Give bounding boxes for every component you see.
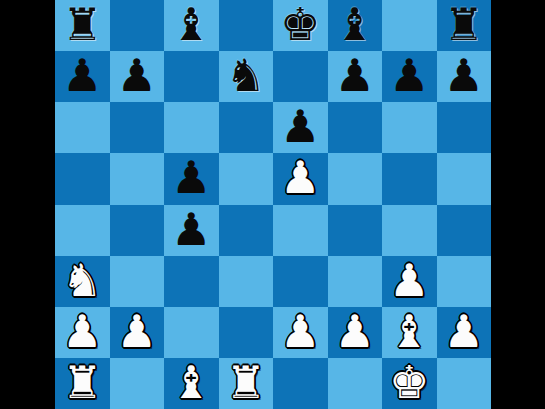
piece-black-pawn[interactable]: ♟ xyxy=(171,155,211,200)
square-f5[interactable] xyxy=(328,153,383,204)
square-g2[interactable]: ♝ xyxy=(382,307,437,358)
square-c1[interactable]: ♝ xyxy=(164,358,219,409)
square-d4[interactable] xyxy=(219,205,274,256)
piece-white-rook[interactable]: ♜ xyxy=(62,360,102,405)
piece-white-knight[interactable]: ♞ xyxy=(62,258,102,303)
square-h4[interactable] xyxy=(437,205,492,256)
square-e7[interactable] xyxy=(273,51,328,102)
square-h8[interactable]: ♜ xyxy=(437,0,492,51)
piece-white-pawn[interactable]: ♟ xyxy=(444,309,484,354)
piece-black-rook[interactable]: ♜ xyxy=(62,2,102,47)
square-d7[interactable]: ♞ xyxy=(219,51,274,102)
square-a1[interactable]: ♜ xyxy=(55,358,110,409)
piece-black-knight[interactable]: ♞ xyxy=(226,53,266,98)
piece-white-pawn[interactable]: ♟ xyxy=(62,309,102,354)
square-h3[interactable] xyxy=(437,256,492,307)
letterbox-right xyxy=(491,0,545,409)
square-h1[interactable] xyxy=(437,358,492,409)
square-d6[interactable] xyxy=(219,102,274,153)
square-e2[interactable]: ♟ xyxy=(273,307,328,358)
square-b1[interactable] xyxy=(110,358,165,409)
square-e4[interactable] xyxy=(273,205,328,256)
square-g1[interactable]: ♚ xyxy=(382,358,437,409)
square-e3[interactable] xyxy=(273,256,328,307)
square-e1[interactable] xyxy=(273,358,328,409)
square-a5[interactable] xyxy=(55,153,110,204)
square-g3[interactable]: ♟ xyxy=(382,256,437,307)
square-e8[interactable]: ♚ xyxy=(273,0,328,51)
square-f6[interactable] xyxy=(328,102,383,153)
piece-black-bishop[interactable]: ♝ xyxy=(171,2,211,47)
square-d1[interactable]: ♜ xyxy=(219,358,274,409)
square-a8[interactable]: ♜ xyxy=(55,0,110,51)
square-d5[interactable] xyxy=(219,153,274,204)
square-c2[interactable] xyxy=(164,307,219,358)
piece-black-king[interactable]: ♚ xyxy=(280,2,320,47)
square-c3[interactable] xyxy=(164,256,219,307)
square-c4[interactable]: ♟ xyxy=(164,205,219,256)
piece-white-rook[interactable]: ♜ xyxy=(226,360,266,405)
square-g7[interactable]: ♟ xyxy=(382,51,437,102)
square-g4[interactable] xyxy=(382,205,437,256)
piece-white-pawn[interactable]: ♟ xyxy=(280,309,320,354)
square-e6[interactable]: ♟ xyxy=(273,102,328,153)
square-b8[interactable] xyxy=(110,0,165,51)
piece-white-bishop[interactable]: ♝ xyxy=(171,360,211,405)
square-e5[interactable]: ♟ xyxy=(273,153,328,204)
square-g6[interactable] xyxy=(382,102,437,153)
square-f8[interactable]: ♝ xyxy=(328,0,383,51)
piece-black-pawn[interactable]: ♟ xyxy=(335,53,375,98)
piece-white-pawn[interactable]: ♟ xyxy=(389,258,429,303)
square-b7[interactable]: ♟ xyxy=(110,51,165,102)
piece-black-rook[interactable]: ♜ xyxy=(444,2,484,47)
piece-white-pawn[interactable]: ♟ xyxy=(335,309,375,354)
piece-black-bishop[interactable]: ♝ xyxy=(335,2,375,47)
piece-white-bishop[interactable]: ♝ xyxy=(389,309,429,354)
square-h2[interactable]: ♟ xyxy=(437,307,492,358)
square-b6[interactable] xyxy=(110,102,165,153)
piece-black-pawn[interactable]: ♟ xyxy=(62,53,102,98)
square-c5[interactable]: ♟ xyxy=(164,153,219,204)
square-f3[interactable] xyxy=(328,256,383,307)
square-h7[interactable]: ♟ xyxy=(437,51,492,102)
square-f4[interactable] xyxy=(328,205,383,256)
square-c7[interactable] xyxy=(164,51,219,102)
piece-black-pawn[interactable]: ♟ xyxy=(389,53,429,98)
video-frame: ♜♝♚♝♜♟♟♞♟♟♟♟♟♟♟♞♟♟♟♟♟♝♟♜♝♜♚ xyxy=(0,0,545,409)
square-b2[interactable]: ♟ xyxy=(110,307,165,358)
square-d2[interactable] xyxy=(219,307,274,358)
square-f7[interactable]: ♟ xyxy=(328,51,383,102)
square-d8[interactable] xyxy=(219,0,274,51)
piece-black-pawn[interactable]: ♟ xyxy=(444,53,484,98)
piece-white-king[interactable]: ♚ xyxy=(389,360,429,405)
square-g8[interactable] xyxy=(382,0,437,51)
square-f2[interactable]: ♟ xyxy=(328,307,383,358)
square-h5[interactable] xyxy=(437,153,492,204)
piece-black-pawn[interactable]: ♟ xyxy=(171,207,211,252)
square-h6[interactable] xyxy=(437,102,492,153)
square-a4[interactable] xyxy=(55,205,110,256)
square-a6[interactable] xyxy=(55,102,110,153)
square-b4[interactable] xyxy=(110,205,165,256)
square-a7[interactable]: ♟ xyxy=(55,51,110,102)
piece-white-pawn[interactable]: ♟ xyxy=(117,309,157,354)
square-g5[interactable] xyxy=(382,153,437,204)
piece-black-pawn[interactable]: ♟ xyxy=(117,53,157,98)
square-a3[interactable]: ♞ xyxy=(55,256,110,307)
square-d3[interactable] xyxy=(219,256,274,307)
square-b5[interactable] xyxy=(110,153,165,204)
square-c6[interactable] xyxy=(164,102,219,153)
square-f1[interactable] xyxy=(328,358,383,409)
piece-white-pawn[interactable]: ♟ xyxy=(280,155,320,200)
chess-board: ♜♝♚♝♜♟♟♞♟♟♟♟♟♟♟♞♟♟♟♟♟♝♟♜♝♜♚ xyxy=(55,0,491,409)
letterbox-left xyxy=(0,0,55,409)
square-b3[interactable] xyxy=(110,256,165,307)
piece-black-pawn[interactable]: ♟ xyxy=(280,104,320,149)
square-a2[interactable]: ♟ xyxy=(55,307,110,358)
square-c8[interactable]: ♝ xyxy=(164,0,219,51)
